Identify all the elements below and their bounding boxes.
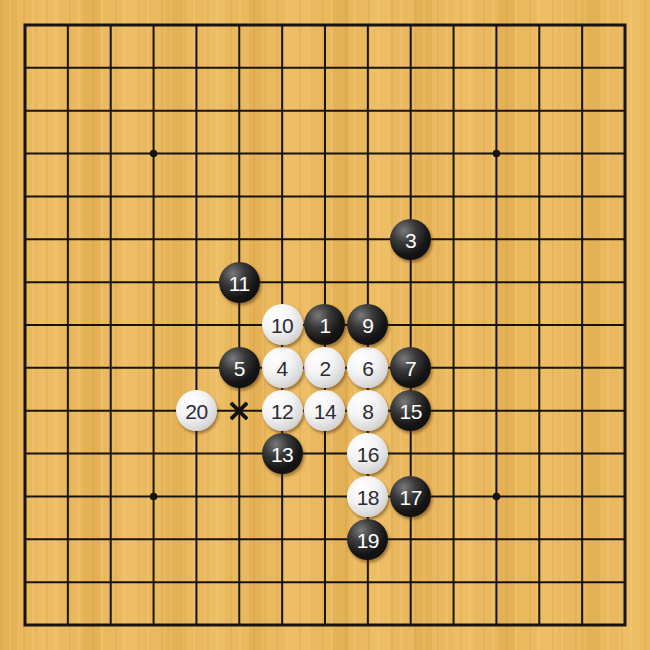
stone-white-8: 8 xyxy=(347,390,388,431)
move-number: 14 xyxy=(314,401,336,422)
move-number: 4 xyxy=(277,358,288,379)
stone-black-19: 19 xyxy=(347,519,388,560)
move-number: 11 xyxy=(229,272,250,293)
gomoku-diagram: 1234567891011121314151617181920 xyxy=(0,0,650,650)
stone-white-12: 12 xyxy=(262,390,303,431)
stone-black-9: 9 xyxy=(347,304,388,345)
stone-white-20: 20 xyxy=(176,390,217,431)
stone-black-17: 17 xyxy=(390,476,431,517)
stone-black-13: 13 xyxy=(262,433,303,474)
stone-white-6: 6 xyxy=(347,347,388,388)
x-marker xyxy=(227,399,251,423)
move-number: 5 xyxy=(234,358,245,379)
move-number: 1 xyxy=(319,315,330,336)
stone-white-10: 10 xyxy=(262,304,303,345)
move-number: 3 xyxy=(405,229,416,250)
move-number: 16 xyxy=(357,444,379,465)
stone-black-7: 7 xyxy=(390,347,431,388)
move-number: 6 xyxy=(362,358,373,379)
stone-white-14: 14 xyxy=(304,390,345,431)
stone-black-11: 11 xyxy=(219,262,260,303)
move-number: 2 xyxy=(319,358,330,379)
move-number: 8 xyxy=(362,401,373,422)
move-number: 7 xyxy=(405,358,416,379)
gomoku-board[interactable]: 1234567891011121314151617181920 xyxy=(0,0,650,650)
move-number: 10 xyxy=(271,315,293,336)
stone-black-1: 1 xyxy=(304,304,345,345)
stones-layer: 1234567891011121314151617181920 xyxy=(4,4,647,647)
stone-white-4: 4 xyxy=(262,347,303,388)
stone-black-5: 5 xyxy=(219,347,260,388)
stone-white-2: 2 xyxy=(304,347,345,388)
move-number: 15 xyxy=(400,401,422,422)
stone-black-3: 3 xyxy=(390,219,431,260)
stone-black-15: 15 xyxy=(390,390,431,431)
move-number: 19 xyxy=(357,529,379,550)
move-number: 20 xyxy=(185,401,207,422)
move-number: 12 xyxy=(271,401,293,422)
move-number: 13 xyxy=(271,444,293,465)
stone-white-18: 18 xyxy=(347,476,388,517)
move-number: 9 xyxy=(362,315,373,336)
move-number: 17 xyxy=(400,486,422,507)
move-number: 18 xyxy=(357,486,379,507)
stone-white-16: 16 xyxy=(347,433,388,474)
